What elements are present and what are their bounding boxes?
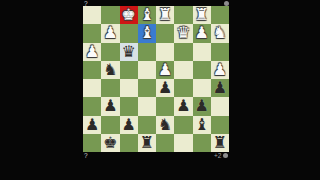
black-pawn-a2[interactable]: ♟ <box>85 116 99 134</box>
square-b6[interactable] <box>101 43 119 61</box>
square-f2[interactable] <box>174 116 192 134</box>
square-h6[interactable] <box>211 43 229 61</box>
white-bishop-d7[interactable]: ♝ <box>140 24 154 42</box>
square-c8[interactable]: ♚ <box>120 6 138 24</box>
square-g4[interactable] <box>193 79 211 97</box>
black-pawn-e4[interactable]: ♟ <box>158 79 172 97</box>
square-e5[interactable]: ♟ <box>156 61 174 79</box>
square-h7[interactable]: ♞ <box>211 24 229 42</box>
black-rook-h1[interactable]: ♜ <box>213 134 227 152</box>
square-h2[interactable] <box>211 116 229 134</box>
square-a8[interactable] <box>83 6 101 24</box>
black-pawn-h4[interactable]: ♟ <box>213 79 227 97</box>
square-e3[interactable] <box>156 97 174 115</box>
square-d1[interactable]: ♜ <box>138 134 156 152</box>
bottom-player-material: +2 <box>214 152 228 159</box>
square-d6[interactable] <box>138 43 156 61</box>
square-f7[interactable]: ♛ <box>174 24 192 42</box>
square-g8[interactable]: ♜ <box>193 6 211 24</box>
square-b1[interactable]: ♚ <box>101 134 119 152</box>
white-pawn-a6[interactable]: ♟ <box>85 43 99 61</box>
white-rook-e8[interactable]: ♜ <box>158 6 172 24</box>
white-rook-g8[interactable]: ♜ <box>194 6 208 24</box>
square-f5[interactable] <box>174 61 192 79</box>
square-d2[interactable] <box>138 116 156 134</box>
square-e4[interactable]: ♟ <box>156 79 174 97</box>
white-pawn-e5[interactable]: ♟ <box>158 61 172 79</box>
square-c6[interactable]: ♛ <box>120 43 138 61</box>
square-c3[interactable] <box>120 97 138 115</box>
square-b8[interactable] <box>101 6 119 24</box>
square-d4[interactable] <box>138 79 156 97</box>
square-c2[interactable]: ♟ <box>120 116 138 134</box>
square-c5[interactable] <box>120 61 138 79</box>
square-h1[interactable]: ♜ <box>211 134 229 152</box>
app-frame: ? ♚♝♜♜♟♝♛♟♞♟♛♞♟♟♟♟♟♟♟♟♟♞♝♚♜♜ ? +2 <box>0 0 320 180</box>
square-f6[interactable] <box>174 43 192 61</box>
square-b2[interactable] <box>101 116 119 134</box>
square-e6[interactable] <box>156 43 174 61</box>
square-a7[interactable] <box>83 24 101 42</box>
black-bishop-g2[interactable]: ♝ <box>194 116 208 134</box>
black-king-b1[interactable]: ♚ <box>103 134 117 152</box>
square-a6[interactable]: ♟ <box>83 43 101 61</box>
square-b5[interactable]: ♞ <box>101 61 119 79</box>
square-a5[interactable] <box>83 61 101 79</box>
square-g1[interactable] <box>193 134 211 152</box>
white-pawn-b7[interactable]: ♟ <box>103 24 117 42</box>
captured-piece-icon <box>223 153 228 158</box>
square-f3[interactable]: ♟ <box>174 97 192 115</box>
square-e2[interactable]: ♞ <box>156 116 174 134</box>
square-f1[interactable] <box>174 134 192 152</box>
square-f8[interactable] <box>174 6 192 24</box>
square-e8[interactable]: ♜ <box>156 6 174 24</box>
square-c7[interactable] <box>120 24 138 42</box>
black-pawn-g3[interactable]: ♟ <box>194 97 208 115</box>
square-a4[interactable] <box>83 79 101 97</box>
square-a3[interactable] <box>83 97 101 115</box>
square-g5[interactable] <box>193 61 211 79</box>
square-d5[interactable] <box>138 61 156 79</box>
white-bishop-d8[interactable]: ♝ <box>140 6 154 24</box>
square-h4[interactable]: ♟ <box>211 79 229 97</box>
square-g7[interactable]: ♟ <box>193 24 211 42</box>
square-c1[interactable] <box>120 134 138 152</box>
black-pawn-b3[interactable]: ♟ <box>103 97 117 115</box>
white-queen-f7[interactable]: ♛ <box>176 24 190 42</box>
material-advantage-badge: +2 <box>214 152 221 159</box>
white-knight-h7[interactable]: ♞ <box>213 24 227 42</box>
square-a2[interactable]: ♟ <box>83 116 101 134</box>
square-h5[interactable]: ♟ <box>211 61 229 79</box>
square-e7[interactable] <box>156 24 174 42</box>
square-f4[interactable] <box>174 79 192 97</box>
white-pawn-h5[interactable]: ♟ <box>213 61 227 79</box>
bottom-player-bar: ? <box>84 152 88 159</box>
square-d3[interactable] <box>138 97 156 115</box>
black-knight-e2[interactable]: ♞ <box>158 116 172 134</box>
square-d8[interactable]: ♝ <box>138 6 156 24</box>
square-a1[interactable] <box>83 134 101 152</box>
square-b7[interactable]: ♟ <box>101 24 119 42</box>
black-knight-b5[interactable]: ♞ <box>103 61 117 79</box>
black-queen-c6[interactable]: ♛ <box>121 43 135 61</box>
black-pawn-f3[interactable]: ♟ <box>176 97 190 115</box>
black-rook-d1[interactable]: ♜ <box>140 134 154 152</box>
bottom-player-name: ? <box>84 152 88 159</box>
black-pawn-c2[interactable]: ♟ <box>121 116 135 134</box>
square-g3[interactable]: ♟ <box>193 97 211 115</box>
square-g6[interactable] <box>193 43 211 61</box>
white-king-c8[interactable]: ♚ <box>121 6 135 24</box>
white-pawn-g7[interactable]: ♟ <box>194 24 208 42</box>
chess-board[interactable]: ♚♝♜♜♟♝♛♟♞♟♛♞♟♟♟♟♟♟♟♟♟♞♝♚♜♜ <box>83 6 229 152</box>
square-b4[interactable] <box>101 79 119 97</box>
square-e1[interactable] <box>156 134 174 152</box>
square-h3[interactable] <box>211 97 229 115</box>
square-d7[interactable]: ♝ <box>138 24 156 42</box>
square-g2[interactable]: ♝ <box>193 116 211 134</box>
square-b3[interactable]: ♟ <box>101 97 119 115</box>
square-h8[interactable] <box>211 6 229 24</box>
square-c4[interactable] <box>120 79 138 97</box>
